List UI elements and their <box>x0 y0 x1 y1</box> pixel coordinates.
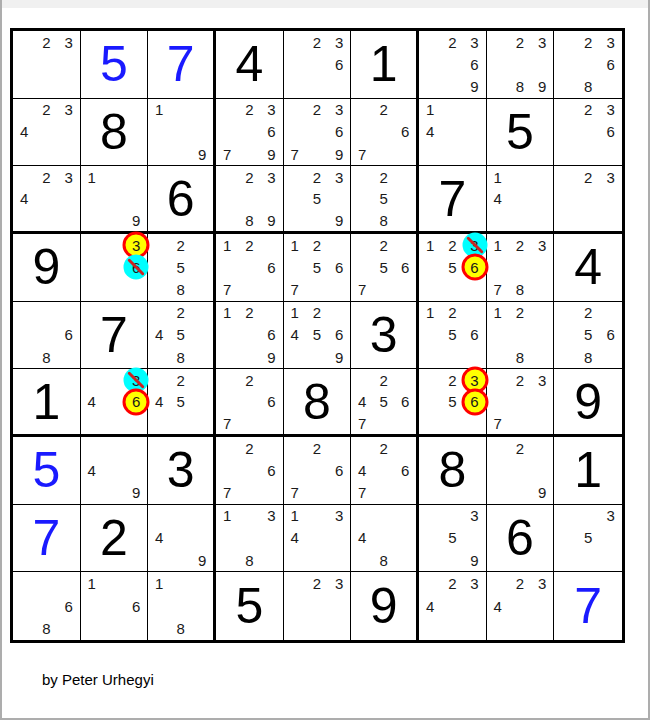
candidate-digit: 3 <box>132 238 140 253</box>
pencil-slot-4 <box>554 324 577 346</box>
cell-r9c2[interactable]: 16 <box>81 572 149 640</box>
cell-r5c3[interactable]: 2458 <box>148 302 216 370</box>
pencil-slot-1 <box>419 572 441 595</box>
pencil-slot-3: 3 <box>328 505 350 527</box>
candidate-digit: 2 <box>379 373 387 388</box>
pencil-slot-8: 8 <box>577 75 600 97</box>
cell-r9c1[interactable]: 68 <box>13 572 81 640</box>
pencil-slot-7: 7 <box>351 481 373 503</box>
pencil-slot-7 <box>419 412 441 434</box>
pencil-slot-7 <box>148 549 170 571</box>
pencil-slot-8 <box>373 143 395 165</box>
pencil-slot-2: 2 <box>306 99 328 121</box>
candidate-digit: 3 <box>267 170 275 185</box>
pencil-slot-2: 2 <box>577 99 600 121</box>
candidate-digit: 2 <box>584 102 592 117</box>
candidate-digit: 1 <box>291 508 299 523</box>
candidate-digit: 3 <box>470 508 478 523</box>
candidate-digit: 5 <box>448 327 456 342</box>
cell-r3c5[interactable]: 2359 <box>284 166 352 234</box>
cell-r8c2[interactable]: 2 <box>81 505 149 573</box>
pencil-slot-1: 1 <box>148 99 170 121</box>
pencil-slot-6: 6 <box>394 459 416 481</box>
cell-r3c7[interactable]: 7 <box>419 166 487 234</box>
candidate-digit: 1 <box>494 238 502 253</box>
pencil-slot-2 <box>441 99 463 121</box>
cell-r2c1[interactable]: 234 <box>13 99 81 167</box>
cell-r3c2[interactable]: 19 <box>81 166 149 234</box>
cell-r8c9[interactable]: 35 <box>554 505 622 573</box>
pencil-slot-5 <box>306 53 328 75</box>
pencil-slot-8: 8 <box>373 209 395 231</box>
cell-r3c9[interactable]: 23 <box>554 166 622 234</box>
cell-r7c3[interactable]: 3 <box>148 437 216 505</box>
pencil-slot-6: 6 <box>328 121 350 143</box>
cell-r6c5[interactable]: 8 <box>284 369 352 437</box>
pencil-slot-6 <box>394 527 416 549</box>
pencil-slot-5: 5 <box>373 391 395 413</box>
given-digit: 1 <box>351 31 416 98</box>
candidate-digit: 1 <box>88 170 96 185</box>
candidate-digit: 7 <box>291 282 299 297</box>
pencil-slot-3 <box>260 302 282 324</box>
pencilmark-grid: 1256 <box>419 302 486 369</box>
pencil-slot-5 <box>509 459 531 481</box>
candidate-digit: 6 <box>335 124 343 139</box>
pencil-slot-6 <box>531 324 553 346</box>
sudoku-app-window: 2357423612369238923682348192367923679267… <box>0 0 650 720</box>
cell-r6c7[interactable]: 2356 <box>419 369 487 437</box>
cell-r8c3[interactable]: 49 <box>148 505 216 573</box>
candidate-digit: 3 <box>267 102 275 117</box>
pencil-slot-1: 1 <box>148 572 170 595</box>
cell-r5c6[interactable]: 3 <box>351 302 419 370</box>
cell-r8c1[interactable]: 7 <box>13 505 81 573</box>
candidate-digit: 7 <box>494 416 502 431</box>
candidate-digit: 3 <box>267 508 275 523</box>
given-digit: 8 <box>284 369 351 434</box>
pencil-slot-4 <box>554 121 577 143</box>
candidate-digit: 6 <box>267 327 275 342</box>
pencil-slot-3: 3 <box>463 572 485 595</box>
pencil-slot-5 <box>35 324 57 346</box>
candidate-digit: 9 <box>198 147 206 162</box>
pencil-slot-8 <box>441 412 463 434</box>
cell-r6c6[interactable]: 24567 <box>351 369 419 437</box>
pencilmark-grid: 12356 <box>419 234 486 301</box>
cell-r8c7[interactable]: 359 <box>419 505 487 573</box>
candidate-digit: 2 <box>245 305 253 320</box>
candidate-digit: 6 <box>401 394 409 409</box>
pencil-slot-6 <box>57 188 79 210</box>
candidate-digit: 2 <box>313 170 321 185</box>
candidate-digit: 6 <box>470 57 478 72</box>
cell-r8c5[interactable]: 134 <box>284 505 352 573</box>
cell-r9c3[interactable]: 18 <box>148 572 216 640</box>
candidate-digit: 1 <box>155 102 163 117</box>
pencil-slot-7: 7 <box>284 143 306 165</box>
candidate-digit: 2 <box>313 102 321 117</box>
pencil-slot-1: 1 <box>487 166 509 188</box>
cell-r1c8[interactable]: 2389 <box>487 31 555 99</box>
cell-r8c6[interactable]: 48 <box>351 505 419 573</box>
pencil-slot-1 <box>554 166 577 188</box>
candidate-digit: 8 <box>176 350 184 365</box>
pencil-slot-6 <box>191 324 213 346</box>
candidate-digit: 6 <box>267 260 275 275</box>
pencil-slot-3 <box>57 572 79 595</box>
pencil-slot-2: 2 <box>238 99 260 121</box>
candidate-digit: 2 <box>245 441 253 456</box>
cell-r5c8[interactable]: 128 <box>487 302 555 370</box>
cell-r2c2[interactable]: 8 <box>81 99 149 167</box>
pencil-slot-9 <box>394 143 416 165</box>
pencil-slot-6: 6 <box>260 391 282 413</box>
cell-r6c4[interactable]: 267 <box>216 369 284 437</box>
given-digit: 2 <box>81 505 148 572</box>
candidate-digit: 1 <box>291 305 299 320</box>
cell-r9c6[interactable]: 9 <box>351 572 419 640</box>
cell-r4c7[interactable]: 12356 <box>419 234 487 302</box>
pencil-slot-5 <box>441 53 463 75</box>
pencilmark-grid: 267 <box>216 369 283 434</box>
cell-r7c2[interactable]: 49 <box>81 437 149 505</box>
cell-r5c9[interactable]: 2568 <box>554 302 622 370</box>
pencil-slot-8 <box>35 209 57 231</box>
pencil-slot-9 <box>394 549 416 571</box>
pencil-slot-4 <box>216 324 238 346</box>
cell-r4c9[interactable]: 4 <box>554 234 622 302</box>
cell-r4c8[interactable]: 12378 <box>487 234 555 302</box>
candidate-digit: 2 <box>245 373 253 388</box>
cell-r6c3[interactable]: 245 <box>148 369 216 437</box>
candidate-digit: 7 <box>358 282 366 297</box>
pencil-slot-8 <box>373 412 395 434</box>
pencil-slot-6 <box>191 527 213 549</box>
candidate-digit: 7 <box>358 485 366 500</box>
pencil-slot-4 <box>487 459 509 481</box>
given-digit: 4 <box>554 234 622 301</box>
pencil-slot-2: 2 <box>170 302 192 324</box>
cell-r5c1[interactable]: 68 <box>13 302 81 370</box>
pencil-slot-8: 8 <box>509 346 531 368</box>
pencil-slot-2 <box>35 302 57 324</box>
cell-r7c6[interactable]: 2467 <box>351 437 419 505</box>
candidate-digit: 3 <box>335 508 343 523</box>
cell-r1c7[interactable]: 2369 <box>419 31 487 99</box>
pencil-slot-9 <box>57 617 79 640</box>
candidate-digit: 3 <box>607 35 615 50</box>
pencil-slot-9: 9 <box>463 75 485 97</box>
pencilmark-grid: 12567 <box>284 234 351 301</box>
cell-r8c8[interactable]: 6 <box>487 505 555 573</box>
candidate-digit: 4 <box>358 530 366 545</box>
pencil-slot-7 <box>419 549 441 571</box>
pencil-slot-9 <box>260 278 282 300</box>
pencilmark-grid: 128 <box>487 302 554 369</box>
candidate-digit: 5 <box>313 260 321 275</box>
pencil-slot-4 <box>81 188 103 210</box>
candidate-digit: 2 <box>379 170 387 185</box>
cell-r4c2[interactable]: 36 <box>81 234 149 302</box>
pencil-slot-3: 3 <box>328 31 350 53</box>
pencil-slot-7: 7 <box>216 412 238 434</box>
candidate-digit: 6 <box>335 463 343 478</box>
cell-r6c1[interactable]: 1 <box>13 369 81 437</box>
pencil-slot-6: 6 <box>328 53 350 75</box>
candidate-digit: 6 <box>401 260 409 275</box>
pencilmark-grid: 12378 <box>487 234 554 301</box>
pencil-slot-6: 6 <box>328 324 350 346</box>
pencil-slot-2 <box>238 505 260 527</box>
candidate-digit: 6 <box>470 327 478 342</box>
pencil-slot-5: 5 <box>306 188 328 210</box>
cell-r5c5[interactable]: 124569 <box>284 302 352 370</box>
pencil-slot-4 <box>216 527 238 549</box>
pencil-slot-7 <box>216 346 238 368</box>
pencil-slot-8 <box>170 549 192 571</box>
pencil-slot-9 <box>328 75 350 97</box>
pencil-slot-4 <box>216 188 238 210</box>
pencil-slot-4 <box>554 53 577 75</box>
pencil-slot-7: 7 <box>284 481 306 503</box>
pencil-slot-2: 2 <box>577 166 600 188</box>
pencil-slot-8 <box>373 278 395 300</box>
pencil-slot-5 <box>373 121 395 143</box>
pencil-slot-4 <box>554 188 577 210</box>
pencil-slot-8: 8 <box>577 346 600 368</box>
cell-r7c9[interactable]: 1 <box>554 437 622 505</box>
candidate-digit: 2 <box>245 170 253 185</box>
pencil-slot-7 <box>284 209 306 231</box>
cell-r7c7[interactable]: 8 <box>419 437 487 505</box>
pencil-slot-2: 2 <box>306 572 328 595</box>
pencil-slot-6: 6 <box>57 324 79 346</box>
pencil-slot-9: 9 <box>260 143 282 165</box>
pencil-slot-2: 2 <box>35 31 57 53</box>
cell-r3c1[interactable]: 234 <box>13 166 81 234</box>
pencilmark-grid: 48 <box>351 505 416 572</box>
pencil-slot-2 <box>170 99 192 121</box>
pencil-slot-5 <box>441 595 463 618</box>
pencil-slot-4 <box>351 121 373 143</box>
pencil-slot-7 <box>81 278 103 300</box>
cell-r2c5[interactable]: 23679 <box>284 99 352 167</box>
cell-r4c4[interactable]: 1267 <box>216 234 284 302</box>
pencil-slot-4: 4 <box>13 188 35 210</box>
pencil-slot-8 <box>577 549 600 571</box>
cell-r9c4[interactable]: 5 <box>216 572 284 640</box>
pencil-slot-3 <box>599 302 622 324</box>
cell-r7c1[interactable]: 5 <box>13 437 81 505</box>
cell-r1c5[interactable]: 236 <box>284 31 352 99</box>
cell-r1c6[interactable]: 1 <box>351 31 419 99</box>
candidate-digit: 2 <box>448 305 456 320</box>
pencilmark-grid: 267 <box>351 99 416 166</box>
pencil-slot-9 <box>191 617 213 640</box>
cell-r1c2[interactable]: 5 <box>81 31 149 99</box>
pencil-slot-8 <box>441 143 463 165</box>
pencil-slot-4: 4 <box>419 595 441 618</box>
pencil-slot-2: 2 <box>441 31 463 53</box>
cell-r1c4[interactable]: 4 <box>216 31 284 99</box>
pencil-slot-1 <box>487 369 509 391</box>
candidate-digit: 9 <box>335 350 343 365</box>
cell-r4c5[interactable]: 12567 <box>284 234 352 302</box>
pencil-slot-3 <box>191 234 213 256</box>
cell-r1c9[interactable]: 2368 <box>554 31 622 99</box>
pencil-slot-8 <box>509 481 531 503</box>
pencil-slot-6 <box>328 595 350 618</box>
pencil-slot-8 <box>238 481 260 503</box>
pencil-slot-6: 6 <box>394 256 416 278</box>
pencil-slot-9 <box>125 617 147 640</box>
candidate-digit: 1 <box>494 170 502 185</box>
pencil-slot-1 <box>284 437 306 459</box>
cell-r2c9[interactable]: 236 <box>554 99 622 167</box>
pencil-slot-4 <box>81 256 103 278</box>
pencil-slot-4 <box>284 121 306 143</box>
pencil-slot-9 <box>57 75 79 97</box>
pencilmark-grid: 49 <box>81 437 148 504</box>
pencil-slot-6 <box>260 188 282 210</box>
pencil-slot-6 <box>599 188 622 210</box>
candidate-digit: 2 <box>516 441 524 456</box>
candidate-digit: 3 <box>470 35 478 50</box>
cell-r4c3[interactable]: 258 <box>148 234 216 302</box>
cell-r9c8[interactable]: 234 <box>487 572 555 640</box>
cell-r5c4[interactable]: 1269 <box>216 302 284 370</box>
pencil-slot-4 <box>554 527 577 549</box>
pencil-slot-4 <box>148 121 170 143</box>
candidate-digit: 3 <box>64 102 72 117</box>
pencil-slot-5: 5 <box>306 324 328 346</box>
candidate-digit: 6 <box>470 260 478 275</box>
pencilmark-grid: 18 <box>148 572 213 640</box>
candidate-digit: 2 <box>516 35 524 50</box>
candidate-digit: 5 <box>448 530 456 545</box>
pencil-slot-3: 3 <box>531 369 553 391</box>
pencil-slot-5 <box>103 595 125 618</box>
candidate-digit: 7 <box>223 147 231 162</box>
pencil-slot-8 <box>238 412 260 434</box>
pencil-slot-9: 9 <box>191 549 213 571</box>
cell-r6c8[interactable]: 237 <box>487 369 555 437</box>
pencil-slot-2: 2 <box>306 31 328 53</box>
cell-r7c8[interactable]: 29 <box>487 437 555 505</box>
pencil-slot-2: 2 <box>441 302 463 324</box>
pencil-slot-8 <box>509 617 531 640</box>
cell-r9c7[interactable]: 234 <box>419 572 487 640</box>
candidate-digit: 3 <box>335 35 343 50</box>
pencil-slot-6: 6 <box>463 256 485 278</box>
cell-r2c3[interactable]: 19 <box>148 99 216 167</box>
pencil-slot-3: 3 <box>57 99 79 121</box>
cell-r1c3[interactable]: 7 <box>148 31 216 99</box>
pencilmark-grid: 2359 <box>284 166 351 231</box>
cell-r3c4[interactable]: 2389 <box>216 166 284 234</box>
cell-r5c7[interactable]: 1256 <box>419 302 487 370</box>
given-digit: 7 <box>419 166 486 231</box>
cell-r2c4[interactable]: 23679 <box>216 99 284 167</box>
pencil-slot-3 <box>260 369 282 391</box>
candidate-digit: 8 <box>379 553 387 568</box>
pencil-slot-2: 2 <box>509 31 531 53</box>
candidate-digit: 2 <box>379 238 387 253</box>
pencil-slot-2 <box>577 505 600 527</box>
cell-r2c8[interactable]: 5 <box>487 99 555 167</box>
pencil-slot-4 <box>487 324 509 346</box>
pencil-slot-8 <box>441 549 463 571</box>
cell-r2c6[interactable]: 267 <box>351 99 419 167</box>
pencil-slot-2: 2 <box>35 166 57 188</box>
pencil-slot-7 <box>487 617 509 640</box>
cell-r6c2[interactable]: 346 <box>81 369 149 437</box>
candidate-digit: 9 <box>267 213 275 228</box>
pencil-slot-7 <box>148 346 170 368</box>
pencil-slot-3: 3 <box>57 31 79 53</box>
pencil-slot-7 <box>148 617 170 640</box>
pencil-slot-1: 1 <box>419 99 441 121</box>
pencil-slot-8 <box>103 209 125 231</box>
pencil-slot-5 <box>238 391 260 413</box>
cell-r4c6[interactable]: 2567 <box>351 234 419 302</box>
cell-r9c5[interactable]: 23 <box>284 572 352 640</box>
pencil-slot-5 <box>35 188 57 210</box>
pencilmark-grid: 2568 <box>554 302 622 369</box>
pencil-slot-5 <box>577 121 600 143</box>
given-digit: 5 <box>487 99 554 166</box>
pencil-slot-6: 6 <box>328 459 350 481</box>
pencil-slot-7 <box>351 209 373 231</box>
pencilmark-grid: 23 <box>284 572 351 640</box>
pencil-slot-9: 9 <box>125 481 147 503</box>
cell-r7c5[interactable]: 267 <box>284 437 352 505</box>
pencilmark-grid: 24567 <box>351 369 416 434</box>
candidate-digit: 8 <box>42 350 50 365</box>
pencilmark-grid: 1267 <box>216 234 283 301</box>
candidate-digit: 1 <box>426 238 434 253</box>
cell-r6c9[interactable]: 9 <box>554 369 622 437</box>
candidate-digit: 2 <box>42 35 50 50</box>
cell-r4c1[interactable]: 9 <box>13 234 81 302</box>
cell-r8c4[interactable]: 138 <box>216 505 284 573</box>
cell-r3c6[interactable]: 258 <box>351 166 419 234</box>
pencil-slot-3 <box>328 437 350 459</box>
candidate-digit: 6 <box>401 124 409 139</box>
cell-r3c8[interactable]: 14 <box>487 166 555 234</box>
pencil-slot-9 <box>260 481 282 503</box>
cell-r5c2[interactable]: 7 <box>81 302 149 370</box>
solved-digit: 5 <box>81 31 148 98</box>
pencil-slot-7 <box>554 143 577 165</box>
pencil-slot-8: 8 <box>238 209 260 231</box>
cell-r2c7[interactable]: 14 <box>419 99 487 167</box>
pencil-slot-9 <box>394 278 416 300</box>
pencil-slot-2 <box>170 505 192 527</box>
cell-r3c3[interactable]: 6 <box>148 166 216 234</box>
pencil-slot-4 <box>487 256 509 278</box>
pencil-slot-9 <box>599 143 622 165</box>
cell-r7c4[interactable]: 267 <box>216 437 284 505</box>
cell-r9c9[interactable]: 7 <box>554 572 622 640</box>
solved-digit: 7 <box>148 31 213 98</box>
pencil-slot-4 <box>419 324 441 346</box>
candidate-digit: 3 <box>132 373 140 388</box>
pencil-slot-7: 7 <box>216 278 238 300</box>
cell-r1c1[interactable]: 23 <box>13 31 81 99</box>
pencilmark-grid: 36 <box>81 234 148 301</box>
